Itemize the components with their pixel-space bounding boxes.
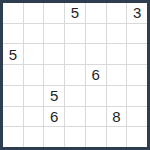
cell-r1c5[interactable] <box>86 3 106 23</box>
cell-r3c2[interactable] <box>24 44 44 64</box>
clue-cell-r6c3: 6 <box>44 107 64 127</box>
cell-r2c3[interactable] <box>44 24 64 44</box>
cell-r7c2[interactable] <box>24 127 44 147</box>
cell-r5c6[interactable] <box>107 86 127 106</box>
cell-r2c4[interactable] <box>65 24 85 44</box>
cell-r4c2[interactable] <box>24 65 44 85</box>
cell-r4c3[interactable] <box>44 65 64 85</box>
cell-r5c7[interactable] <box>127 86 147 106</box>
clue-cell-r1c7: 3 <box>127 3 147 23</box>
clue-cell-r4c5: 6 <box>86 65 106 85</box>
cell-r2c5[interactable] <box>86 24 106 44</box>
cell-r6c7[interactable] <box>127 107 147 127</box>
cell-r3c4[interactable] <box>65 44 85 64</box>
cell-r3c6[interactable] <box>107 44 127 64</box>
cell-r6c1[interactable] <box>3 107 23 127</box>
cell-r5c1[interactable] <box>3 86 23 106</box>
cell-r4c1[interactable] <box>3 65 23 85</box>
cell-r1c1[interactable] <box>3 3 23 23</box>
cell-r2c7[interactable] <box>127 24 147 44</box>
cell-r3c3[interactable] <box>44 44 64 64</box>
cell-r5c2[interactable] <box>24 86 44 106</box>
cell-r7c3[interactable] <box>44 127 64 147</box>
cell-r5c4[interactable] <box>65 86 85 106</box>
cell-r3c7[interactable] <box>127 44 147 64</box>
clue-cell-r5c3: 5 <box>44 86 64 106</box>
cell-r7c5[interactable] <box>86 127 106 147</box>
cell-r7c6[interactable] <box>107 127 127 147</box>
cell-r1c2[interactable] <box>24 3 44 23</box>
cell-r7c1[interactable] <box>3 127 23 147</box>
cell-r1c6[interactable] <box>107 3 127 23</box>
puzzle-board: 5356568 <box>0 0 150 150</box>
clue-cell-r1c4: 5 <box>65 3 85 23</box>
clue-cell-r3c1: 5 <box>3 44 23 64</box>
cell-r6c5[interactable] <box>86 107 106 127</box>
cell-r6c2[interactable] <box>24 107 44 127</box>
cell-r2c2[interactable] <box>24 24 44 44</box>
cell-r1c3[interactable] <box>44 3 64 23</box>
cell-r7c7[interactable] <box>127 127 147 147</box>
cell-r4c7[interactable] <box>127 65 147 85</box>
cell-r6c4[interactable] <box>65 107 85 127</box>
cell-r4c6[interactable] <box>107 65 127 85</box>
clue-cell-r6c6: 8 <box>107 107 127 127</box>
cell-r3c5[interactable] <box>86 44 106 64</box>
cell-r4c4[interactable] <box>65 65 85 85</box>
cell-r2c1[interactable] <box>3 24 23 44</box>
cell-r2c6[interactable] <box>107 24 127 44</box>
cell-r5c5[interactable] <box>86 86 106 106</box>
cell-r7c4[interactable] <box>65 127 85 147</box>
